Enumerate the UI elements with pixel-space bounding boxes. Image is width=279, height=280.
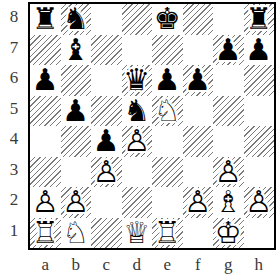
square-h7[interactable]: ♟ [244, 35, 275, 66]
file-label-g: g [213, 252, 244, 278]
white-piece-outline-layer: ♘ [61, 218, 92, 249]
piece-black-rook: ♜ [244, 4, 275, 35]
white-piece-outline-layer: ♗ [213, 187, 244, 218]
piece-black-pawn: ♟ [244, 35, 275, 66]
piece-black-pawn: ♟ [61, 96, 92, 127]
square-g2[interactable]: ♝♗ [213, 187, 244, 218]
square-d2[interactable] [122, 187, 153, 218]
piece-white-pawn: ♟♙ [213, 157, 244, 188]
piece-white-king: ♚♔ [213, 218, 244, 249]
piece-black-pawn: ♟ [91, 126, 122, 157]
square-b6[interactable] [61, 65, 92, 96]
black-piece-glyph: ♟ [152, 65, 183, 96]
square-f4[interactable] [183, 126, 214, 157]
square-g6[interactable] [213, 65, 244, 96]
piece-black-bishop: ♝ [61, 35, 92, 66]
square-h5[interactable] [244, 96, 275, 127]
rank-label-6: 6 [0, 63, 28, 94]
square-g7[interactable]: ♟ [213, 35, 244, 66]
square-c8[interactable] [91, 4, 122, 35]
square-b4[interactable] [61, 126, 92, 157]
black-piece-glyph: ♟ [30, 65, 61, 96]
piece-black-king: ♚ [152, 4, 183, 35]
square-a6[interactable]: ♟ [30, 65, 61, 96]
square-g1[interactable]: ♚♔ [213, 218, 244, 249]
white-piece-outline-layer: ♙ [213, 157, 244, 188]
rank-label-1: 1 [0, 216, 28, 247]
piece-white-pawn: ♟♙ [91, 157, 122, 188]
square-d8[interactable] [122, 4, 153, 35]
square-a8[interactable]: ♜ [30, 4, 61, 35]
square-f3[interactable] [183, 157, 214, 188]
piece-white-pawn: ♟♙ [244, 187, 275, 218]
piece-black-pawn: ♟ [152, 65, 183, 96]
file-label-d: d [122, 252, 153, 278]
square-b1[interactable]: ♞♘ [61, 218, 92, 249]
white-piece-outline-layer: ♙ [183, 187, 214, 218]
square-c6[interactable] [91, 65, 122, 96]
black-piece-glyph: ♚ [152, 4, 183, 35]
square-c1[interactable] [91, 218, 122, 249]
white-piece-outline-layer: ♙ [244, 187, 275, 218]
square-g3[interactable]: ♟♙ [213, 157, 244, 188]
white-piece-outline-layer: ♙ [91, 157, 122, 188]
square-e5[interactable]: ♞♘ [152, 96, 183, 127]
square-d7[interactable] [122, 35, 153, 66]
piece-white-pawn: ♟♙ [183, 187, 214, 218]
square-h4[interactable] [244, 126, 275, 157]
piece-black-queen: ♛ [122, 65, 153, 96]
square-f8[interactable] [183, 4, 214, 35]
piece-black-rook: ♜ [30, 4, 61, 35]
piece-white-knight: ♞♘ [152, 96, 183, 127]
black-piece-glyph: ♟ [213, 35, 244, 66]
square-d4[interactable]: ♟♙ [122, 126, 153, 157]
square-d3[interactable] [122, 157, 153, 188]
square-b7[interactable]: ♝ [61, 35, 92, 66]
black-piece-glyph: ♟ [244, 35, 275, 66]
square-e2[interactable] [152, 187, 183, 218]
piece-black-pawn: ♟ [183, 65, 214, 96]
piece-black-pawn: ♟ [213, 35, 244, 66]
square-a3[interactable] [30, 157, 61, 188]
rank-label-4: 4 [0, 124, 28, 155]
square-a2[interactable]: ♟♙ [30, 187, 61, 218]
square-e8[interactable]: ♚ [152, 4, 183, 35]
black-piece-glyph: ♟ [61, 96, 92, 127]
square-a7[interactable] [30, 35, 61, 66]
square-c7[interactable] [91, 35, 122, 66]
white-piece-outline-layer: ♖ [152, 218, 183, 249]
square-b5[interactable]: ♟ [61, 96, 92, 127]
file-label-h: h [244, 252, 275, 278]
white-piece-outline-layer: ♔ [213, 218, 244, 249]
black-piece-glyph: ♟ [91, 126, 122, 157]
black-piece-glyph: ♜ [30, 4, 61, 35]
square-f1[interactable] [183, 218, 214, 249]
square-h8[interactable]: ♜ [244, 4, 275, 35]
square-f5[interactable] [183, 96, 214, 127]
square-e1[interactable]: ♜♖ [152, 218, 183, 249]
square-g4[interactable] [213, 126, 244, 157]
white-piece-outline-layer: ♘ [152, 96, 183, 127]
square-f2[interactable]: ♟♙ [183, 187, 214, 218]
rank-label-3: 3 [0, 155, 28, 186]
file-labels: abcdefgh [30, 252, 274, 278]
white-piece-outline-layer: ♙ [30, 187, 61, 218]
chess-board: ♜♞♚♜♝♟♟♟♛♟♟♟♞♞♘♟♟♙♟♙♟♙♟♙♟♙♟♙♝♗♟♙♜♖♞♘♛♕♜♖… [28, 2, 276, 250]
square-g5[interactable] [213, 96, 244, 127]
black-piece-glyph: ♜ [244, 4, 275, 35]
square-e3[interactable] [152, 157, 183, 188]
file-label-e: e [152, 252, 183, 278]
square-b8[interactable]: ♞ [61, 4, 92, 35]
white-piece-outline-layer: ♙ [122, 126, 153, 157]
piece-white-pawn: ♟♙ [61, 187, 92, 218]
square-c2[interactable] [91, 187, 122, 218]
white-piece-outline-layer: ♖ [30, 218, 61, 249]
file-label-b: b [61, 252, 92, 278]
piece-white-pawn: ♟♙ [122, 126, 153, 157]
piece-white-rook: ♜♖ [30, 218, 61, 249]
piece-black-knight: ♞ [61, 4, 92, 35]
black-piece-glyph: ♝ [61, 35, 92, 66]
black-piece-glyph: ♞ [122, 96, 153, 127]
piece-white-queen: ♛♕ [122, 218, 153, 249]
piece-white-rook: ♜♖ [152, 218, 183, 249]
file-label-c: c [91, 252, 122, 278]
square-d6[interactable]: ♛ [122, 65, 153, 96]
square-b3[interactable] [61, 157, 92, 188]
piece-white-bishop: ♝♗ [213, 187, 244, 218]
rank-label-7: 7 [0, 33, 28, 64]
piece-black-pawn: ♟ [30, 65, 61, 96]
square-a5[interactable] [30, 96, 61, 127]
square-f6[interactable]: ♟ [183, 65, 214, 96]
file-label-a: a [30, 252, 61, 278]
square-e6[interactable]: ♟ [152, 65, 183, 96]
black-piece-glyph: ♛ [122, 65, 153, 96]
square-f7[interactable] [183, 35, 214, 66]
square-e4[interactable] [152, 126, 183, 157]
rank-label-5: 5 [0, 94, 28, 125]
square-d5[interactable]: ♞ [122, 96, 153, 127]
piece-white-knight: ♞♘ [61, 218, 92, 249]
rank-label-2: 2 [0, 185, 28, 216]
square-a1[interactable]: ♜♖ [30, 218, 61, 249]
square-h6[interactable] [244, 65, 275, 96]
black-piece-glyph: ♟ [183, 65, 214, 96]
square-g8[interactable] [213, 4, 244, 35]
white-piece-outline-layer: ♕ [122, 218, 153, 249]
white-piece-outline-layer: ♙ [61, 187, 92, 218]
square-c3[interactable]: ♟♙ [91, 157, 122, 188]
piece-white-pawn: ♟♙ [30, 187, 61, 218]
square-a4[interactable] [30, 126, 61, 157]
file-label-f: f [183, 252, 214, 278]
square-c4[interactable]: ♟ [91, 126, 122, 157]
square-h1[interactable] [244, 218, 275, 249]
piece-black-knight: ♞ [122, 96, 153, 127]
rank-label-8: 8 [0, 2, 28, 33]
rank-labels: 87654321 [0, 2, 28, 246]
chess-diagram: 87654321 ♜♞♚♜♝♟♟♟♛♟♟♟♞♞♘♟♟♙♟♙♟♙♟♙♟♙♟♙♝♗♟… [0, 0, 279, 280]
square-b2[interactable]: ♟♙ [61, 187, 92, 218]
square-h3[interactable] [244, 157, 275, 188]
square-h2[interactable]: ♟♙ [244, 187, 275, 218]
square-c5[interactable] [91, 96, 122, 127]
square-e7[interactable] [152, 35, 183, 66]
square-d1[interactable]: ♛♕ [122, 218, 153, 249]
black-piece-glyph: ♞ [61, 4, 92, 35]
